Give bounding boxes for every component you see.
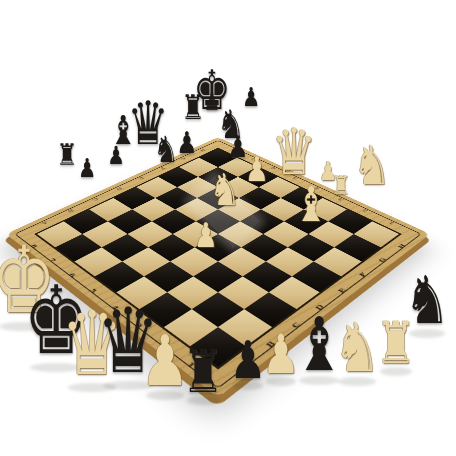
file-label-near: F bbox=[357, 271, 368, 278]
tray-white-rook: ♜ bbox=[351, 314, 441, 372]
file-label-near: C bbox=[290, 321, 302, 329]
rank-label-near: 7 bbox=[48, 257, 58, 263]
file-label-near: A bbox=[237, 360, 250, 369]
rank-label-far: 1 bbox=[387, 221, 395, 226]
tray-piece-shadow bbox=[409, 329, 445, 338]
product-photo-scene: 8877665544332211HHGGFFEEDDCCBBAA ♟♟♚♜♞♝♛… bbox=[0, 0, 456, 456]
tray-piece-shadow bbox=[338, 377, 375, 386]
file-label-far: B bbox=[67, 209, 76, 214]
black-pawn-on-b6: ♟ bbox=[97, 143, 136, 168]
black-rook-on-a7: ♜ bbox=[44, 140, 91, 170]
file-label-far: C bbox=[91, 197, 99, 201]
photo-glare-smudge bbox=[396, 64, 430, 72]
file-label-near: E bbox=[336, 287, 347, 294]
tray-piece-shadow bbox=[380, 367, 412, 376]
rank-label-far: 5 bbox=[291, 176, 298, 180]
rank-label-far: 3 bbox=[337, 197, 345, 201]
rank-label-near: 4 bbox=[110, 304, 121, 311]
file-label-near: H bbox=[396, 243, 407, 250]
rank-label-near: 3 bbox=[134, 321, 146, 329]
tray-piece-shadow bbox=[187, 396, 220, 405]
rank-label-near: 8 bbox=[29, 243, 39, 249]
tray-piece-shadow bbox=[0, 322, 49, 331]
black-pawn-on-f6: ♟ bbox=[193, 90, 230, 114]
black-rook-on-e7: ♜ bbox=[166, 90, 219, 124]
file-label-near: D bbox=[313, 303, 325, 311]
board-grid bbox=[37, 149, 399, 367]
rank-label-near: 1 bbox=[186, 360, 198, 369]
file-label-far: G bbox=[179, 157, 187, 161]
chess-board: 8877665544332211HHGGFFEEDDCCBBAA bbox=[6, 137, 430, 397]
file-label-far: F bbox=[159, 166, 166, 170]
rank-label-far: 6 bbox=[270, 166, 277, 170]
rank-label-far: 4 bbox=[313, 187, 320, 191]
black-bishop-on-b7: ♝ bbox=[92, 110, 154, 150]
black-knight-on-e5: ♞ bbox=[200, 104, 262, 144]
file-label-far: A bbox=[41, 221, 49, 226]
black-pawn-on-a6: ♟ bbox=[67, 155, 108, 181]
tray-white-knight: ♞ bbox=[304, 314, 410, 382]
tray-piece-shadow bbox=[30, 363, 82, 372]
rank-label-near: 5 bbox=[88, 287, 99, 294]
tray-piece-shadow bbox=[146, 391, 185, 400]
file-label-near: B bbox=[264, 340, 277, 349]
file-label-far: H bbox=[199, 148, 207, 152]
black-queen-on-c6: ♛ bbox=[101, 93, 195, 153]
black-pawn-on-g6: ♟ bbox=[231, 84, 272, 110]
white-knight-on-g1: ♞ bbox=[330, 139, 414, 193]
rank-label-near: 2 bbox=[159, 340, 171, 348]
rank-label-far: 7 bbox=[250, 157, 257, 160]
file-label-far: D bbox=[115, 187, 123, 191]
rank-label-near: 6 bbox=[67, 272, 78, 278]
tray-piece-shadow bbox=[103, 381, 153, 390]
file-label-near: G bbox=[377, 257, 388, 264]
rank-label-far: 8 bbox=[230, 148, 237, 151]
tray-black-knight: ♞ bbox=[376, 268, 456, 334]
black-king-on-f7: ♚ bbox=[170, 64, 254, 118]
file-label-far: E bbox=[138, 176, 146, 180]
rank-label-far: 2 bbox=[361, 209, 369, 213]
tray-piece-shadow bbox=[266, 377, 296, 386]
tray-piece-shadow bbox=[299, 376, 340, 385]
tray-piece-shadow bbox=[68, 383, 116, 392]
